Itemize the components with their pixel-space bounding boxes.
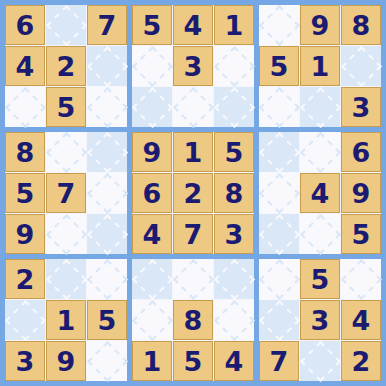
cell-r5c2[interactable]: 7 — [46, 173, 86, 213]
cell-r5c6[interactable]: 8 — [214, 173, 254, 213]
empty-cell-diamond-icon — [86, 131, 127, 172]
empty-cell-diamond-icon — [258, 131, 299, 172]
empty-cell-diamond-icon — [45, 258, 86, 299]
cell-r6c4[interactable]: 4 — [132, 214, 172, 254]
cell-r7c8[interactable]: 5 — [300, 259, 340, 299]
cell-r8c7[interactable] — [259, 300, 299, 340]
cell-r1c9[interactable]: 8 — [341, 5, 381, 45]
cell-r6c8[interactable] — [300, 214, 340, 254]
empty-cell-diamond-icon — [131, 45, 172, 86]
cell-r8c3[interactable]: 5 — [87, 300, 127, 340]
cell-r3c5[interactable] — [173, 87, 213, 127]
cell-r2c5[interactable]: 3 — [173, 46, 213, 86]
cell-r8c9[interactable]: 4 — [341, 300, 381, 340]
empty-cell-diamond-icon — [86, 172, 127, 213]
cell-r4c2[interactable] — [46, 132, 86, 172]
cell-r7c9[interactable] — [341, 259, 381, 299]
empty-cell-diamond-icon — [172, 258, 213, 299]
empty-cell-diamond-icon — [45, 131, 86, 172]
empty-cell-diamond-icon — [340, 258, 381, 299]
cell-r9c8[interactable] — [300, 341, 340, 381]
cell-r2c4[interactable] — [132, 46, 172, 86]
cell-r4c5[interactable]: 1 — [173, 132, 213, 172]
empty-cell-diamond-icon — [258, 172, 299, 213]
empty-cell-diamond-icon — [258, 299, 299, 340]
cell-r9c4[interactable]: 1 — [132, 341, 172, 381]
cell-r2c7[interactable]: 5 — [259, 46, 299, 86]
cell-r8c6[interactable] — [214, 300, 254, 340]
empty-cell-diamond-icon — [4, 299, 45, 340]
cell-r2c6[interactable] — [214, 46, 254, 86]
cell-r8c5[interactable]: 8 — [173, 300, 213, 340]
empty-cell-diamond-icon — [213, 86, 254, 127]
cell-r4c3[interactable] — [87, 132, 127, 172]
empty-cell-diamond-icon — [45, 4, 86, 45]
cell-r8c2[interactable]: 1 — [46, 300, 86, 340]
empty-cell-diamond-icon — [4, 86, 45, 127]
cell-r4c6[interactable]: 5 — [214, 132, 254, 172]
cell-r1c5[interactable]: 4 — [173, 5, 213, 45]
cell-r5c5[interactable]: 2 — [173, 173, 213, 213]
cell-r1c7[interactable] — [259, 5, 299, 45]
cell-r9c1[interactable]: 3 — [5, 341, 45, 381]
empty-cell-diamond-icon — [213, 45, 254, 86]
empty-cell-diamond-icon — [258, 258, 299, 299]
empty-cell-diamond-icon — [340, 45, 381, 86]
cell-r9c2[interactable]: 9 — [46, 341, 86, 381]
empty-cell-diamond-icon — [299, 86, 340, 127]
empty-cell-diamond-icon — [131, 299, 172, 340]
cell-r4c4[interactable]: 9 — [132, 132, 172, 172]
cell-r3c4[interactable] — [132, 87, 172, 127]
empty-cell-diamond-icon — [86, 258, 127, 299]
cell-r2c8[interactable]: 1 — [300, 46, 340, 86]
empty-cell-diamond-icon — [299, 131, 340, 172]
empty-cell-diamond-icon — [131, 86, 172, 127]
empty-cell-diamond-icon — [86, 86, 127, 127]
cell-r9c6[interactable]: 4 — [214, 341, 254, 381]
cell-r6c1[interactable]: 9 — [5, 214, 45, 254]
empty-cell-diamond-icon — [213, 299, 254, 340]
cell-r5c3[interactable] — [87, 173, 127, 213]
empty-cell-diamond-icon — [172, 86, 213, 127]
empty-cell-diamond-icon — [299, 340, 340, 381]
cell-r5c1[interactable]: 5 — [5, 173, 45, 213]
cell-r3c9[interactable]: 3 — [341, 87, 381, 127]
cell-r3c1[interactable] — [5, 87, 45, 127]
cell-r6c6[interactable]: 3 — [214, 214, 254, 254]
cell-r4c1[interactable]: 8 — [5, 132, 45, 172]
cell-r5c8[interactable]: 4 — [300, 173, 340, 213]
sudoku-board: 6754198423515389156576284994735251583439… — [0, 0, 386, 386]
cell-r5c4[interactable]: 6 — [132, 173, 172, 213]
empty-cell-diamond-icon — [86, 213, 127, 254]
cell-r8c8[interactable]: 3 — [300, 300, 340, 340]
cell-r1c3[interactable]: 7 — [87, 5, 127, 45]
cell-r6c2[interactable] — [46, 214, 86, 254]
cell-r6c3[interactable] — [87, 214, 127, 254]
cell-r4c9[interactable]: 6 — [341, 132, 381, 172]
cell-r6c7[interactable] — [259, 214, 299, 254]
empty-cell-diamond-icon — [258, 213, 299, 254]
empty-cell-diamond-icon — [45, 213, 86, 254]
empty-cell-diamond-icon — [86, 340, 127, 381]
cell-r7c7[interactable] — [259, 259, 299, 299]
empty-cell-diamond-icon — [258, 86, 299, 127]
cell-r7c1[interactable]: 2 — [5, 259, 45, 299]
cell-r9c3[interactable] — [87, 341, 127, 381]
cell-r7c3[interactable] — [87, 259, 127, 299]
cell-r3c8[interactable] — [300, 87, 340, 127]
cell-r2c3[interactable] — [87, 46, 127, 86]
cell-r7c4[interactable] — [132, 259, 172, 299]
cell-r2c2[interactable]: 2 — [46, 46, 86, 86]
cell-r1c1[interactable]: 6 — [5, 5, 45, 45]
cell-r8c1[interactable] — [5, 300, 45, 340]
cell-r1c4[interactable]: 5 — [132, 5, 172, 45]
cell-r4c7[interactable] — [259, 132, 299, 172]
empty-cell-diamond-icon — [131, 258, 172, 299]
cell-r7c6[interactable] — [214, 259, 254, 299]
cell-r5c9[interactable]: 9 — [341, 173, 381, 213]
cell-r1c8[interactable]: 9 — [300, 5, 340, 45]
cell-r3c2[interactable]: 5 — [46, 87, 86, 127]
cell-r2c1[interactable]: 4 — [5, 46, 45, 86]
empty-cell-diamond-icon — [213, 258, 254, 299]
cell-r5c7[interactable] — [259, 173, 299, 213]
empty-cell-diamond-icon — [299, 213, 340, 254]
empty-cell-diamond-icon — [258, 4, 299, 45]
cell-r9c9[interactable]: 2 — [341, 341, 381, 381]
cell-r3c6[interactable] — [214, 87, 254, 127]
empty-cell-diamond-icon — [86, 45, 127, 86]
cell-r6c9[interactable]: 5 — [341, 214, 381, 254]
cell-r3c3[interactable] — [87, 87, 127, 127]
cell-r7c5[interactable] — [173, 259, 213, 299]
cell-r9c5[interactable]: 5 — [173, 341, 213, 381]
cell-r8c4[interactable] — [132, 300, 172, 340]
cell-r1c2[interactable] — [46, 5, 86, 45]
cell-r2c9[interactable] — [341, 46, 381, 86]
cell-r3c7[interactable] — [259, 87, 299, 127]
cell-r9c7[interactable]: 7 — [259, 341, 299, 381]
cell-r7c2[interactable] — [46, 259, 86, 299]
cell-r4c8[interactable] — [300, 132, 340, 172]
cell-r1c6[interactable]: 1 — [214, 5, 254, 45]
cell-r6c5[interactable]: 7 — [173, 214, 213, 254]
